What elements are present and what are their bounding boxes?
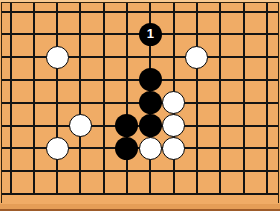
board-stones: 1 bbox=[0, 0, 280, 211]
stone-white bbox=[162, 91, 185, 114]
stone-white bbox=[162, 114, 185, 137]
stone-black bbox=[139, 114, 162, 137]
stone-black bbox=[139, 91, 162, 114]
stone-black bbox=[115, 114, 138, 137]
stone-black bbox=[139, 68, 162, 91]
stone-white bbox=[139, 137, 162, 160]
move-number-label: 1 bbox=[147, 27, 154, 41]
frame-bottom-edge bbox=[0, 209, 280, 211]
frame-top-highlight bbox=[0, 0, 280, 2]
stone-black-move-1: 1 bbox=[139, 23, 162, 46]
stone-white bbox=[69, 114, 92, 137]
stone-white bbox=[162, 137, 185, 160]
stone-white bbox=[185, 46, 208, 69]
stone-white bbox=[46, 137, 69, 160]
stone-black bbox=[115, 137, 138, 160]
go-board-diagram: 1 bbox=[0, 0, 280, 211]
stone-white bbox=[46, 46, 69, 69]
